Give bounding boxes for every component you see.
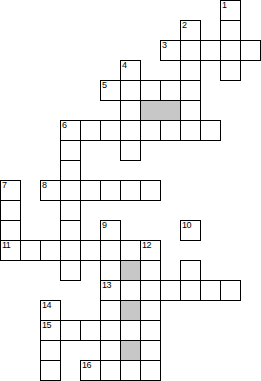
answer-cell-r9c2[interactable] [40, 180, 61, 201]
answer-cell-r17c2[interactable] [40, 340, 61, 361]
answer-cell-r16c5[interactable] [100, 320, 121, 341]
answer-cell-r2c11[interactable] [220, 40, 241, 61]
answer-cell-r9c6[interactable] [120, 180, 141, 201]
answer-cell-r2c8[interactable] [160, 40, 181, 61]
answer-cell-r11c0[interactable] [0, 220, 21, 241]
answer-cell-r5c9[interactable] [180, 100, 201, 121]
answer-cell-r14c5[interactable] [100, 280, 121, 301]
crossword-grid: 12345678910111213141516 [0, 0, 261, 381]
answer-cell-r5c6[interactable] [120, 100, 141, 121]
shaded-cell-r15c6 [120, 300, 141, 321]
answer-cell-r9c4[interactable] [80, 180, 101, 201]
answer-cell-r15c7[interactable] [140, 300, 161, 321]
answer-cell-r14c6[interactable] [120, 280, 141, 301]
answer-cell-r2c12[interactable] [240, 40, 261, 61]
answer-cell-r6c3[interactable] [60, 120, 81, 141]
shaded-cell-r5c7 [140, 100, 181, 121]
answer-cell-r12c4[interactable] [80, 240, 101, 261]
answer-cell-r13c7[interactable] [140, 260, 161, 281]
answer-cell-r0c11[interactable] [220, 0, 241, 21]
answer-cell-r11c9[interactable] [180, 220, 201, 241]
answer-cell-r17c7[interactable] [140, 340, 161, 361]
answer-cell-r18c7[interactable] [140, 360, 161, 381]
answer-cell-r16c4[interactable] [80, 320, 101, 341]
answer-cell-r9c3[interactable] [60, 180, 81, 201]
answer-cell-r8c3[interactable] [60, 160, 81, 181]
answer-cell-r3c11[interactable] [220, 60, 241, 81]
answer-cell-r4c5[interactable] [100, 80, 121, 101]
answer-cell-r15c5[interactable] [100, 300, 121, 321]
answer-cell-r16c7[interactable] [140, 320, 161, 341]
answer-cell-r6c8[interactable] [160, 120, 181, 141]
answer-cell-r6c7[interactable] [140, 120, 161, 141]
answer-cell-r4c7[interactable] [140, 80, 161, 101]
answer-cell-r6c9[interactable] [180, 120, 201, 141]
answer-cell-r7c3[interactable] [60, 140, 81, 161]
answer-cell-r6c5[interactable] [100, 120, 121, 141]
answer-cell-r9c7[interactable] [140, 180, 161, 201]
answer-cell-r9c0[interactable] [0, 180, 21, 201]
answer-cell-r7c6[interactable] [120, 140, 141, 161]
answer-cell-r1c9[interactable] [180, 20, 201, 41]
answer-cell-r13c9[interactable] [180, 260, 201, 281]
answer-cell-r2c10[interactable] [200, 40, 221, 61]
answer-cell-r17c5[interactable] [100, 340, 121, 361]
answer-cell-r12c0[interactable] [0, 240, 21, 261]
answer-cell-r12c7[interactable] [140, 240, 161, 261]
answer-cell-r6c6[interactable] [120, 120, 141, 141]
answer-cell-r6c4[interactable] [80, 120, 101, 141]
shaded-cell-r13c6 [120, 260, 141, 281]
answer-cell-r9c5[interactable] [100, 180, 121, 201]
answer-cell-r3c6[interactable] [120, 60, 141, 81]
answer-cell-r11c5[interactable] [100, 220, 121, 241]
answer-cell-r18c2[interactable] [40, 360, 61, 381]
answer-cell-r14c9[interactable] [180, 280, 201, 301]
answer-cell-r10c0[interactable] [0, 200, 21, 221]
answer-cell-r14c11[interactable] [220, 280, 241, 301]
answer-cell-r12c3[interactable] [60, 240, 81, 261]
answer-cell-r12c1[interactable] [20, 240, 41, 261]
answer-cell-r14c7[interactable] [140, 280, 161, 301]
answer-cell-r10c3[interactable] [60, 200, 81, 221]
answer-cell-r18c5[interactable] [100, 360, 121, 381]
answer-cell-r2c9[interactable] [180, 40, 201, 61]
answer-cell-r12c6[interactable] [120, 240, 141, 261]
answer-cell-r14c8[interactable] [160, 280, 181, 301]
answer-cell-r16c2[interactable] [40, 320, 61, 341]
answer-cell-r16c6[interactable] [120, 320, 141, 341]
answer-cell-r4c9[interactable] [180, 80, 201, 101]
answer-cell-r1c11[interactable] [220, 20, 241, 41]
answer-cell-r13c3[interactable] [60, 260, 81, 281]
answer-cell-r16c3[interactable] [60, 320, 81, 341]
answer-cell-r3c9[interactable] [180, 60, 201, 81]
answer-cell-r12c5[interactable] [100, 240, 121, 261]
answer-cell-r6c10[interactable] [200, 120, 221, 141]
answer-cell-r13c5[interactable] [100, 260, 121, 281]
answer-cell-r15c2[interactable] [40, 300, 61, 321]
answer-cell-r18c6[interactable] [120, 360, 141, 381]
answer-cell-r4c8[interactable] [160, 80, 181, 101]
answer-cell-r12c2[interactable] [40, 240, 61, 261]
answer-cell-r4c6[interactable] [120, 80, 141, 101]
answer-cell-r18c4[interactable] [80, 360, 101, 381]
answer-cell-r11c3[interactable] [60, 220, 81, 241]
answer-cell-r14c10[interactable] [200, 280, 221, 301]
shaded-cell-r17c6 [120, 340, 141, 361]
